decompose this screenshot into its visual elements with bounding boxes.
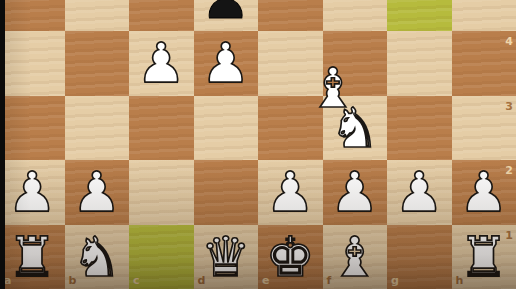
square-a2[interactable]: ♟: [0, 160, 65, 225]
square-b5[interactable]: [65, 0, 130, 31]
rank-label-1: 1: [505, 230, 513, 241]
square-c2[interactable]: [129, 160, 194, 225]
square-b1[interactable]: ♞b: [65, 225, 130, 289]
rank-label-3: 3: [505, 101, 513, 112]
square-h5[interactable]: [452, 0, 516, 31]
file-label-h: h: [456, 275, 464, 286]
piece-wP-a2[interactable]: ♟: [8, 160, 57, 225]
square-d2[interactable]: [194, 160, 259, 225]
square-e2[interactable]: ♟: [258, 160, 323, 225]
square-c4[interactable]: ♟: [129, 31, 194, 96]
square-a5[interactable]: [0, 0, 65, 31]
file-label-d: d: [198, 275, 206, 286]
square-d4[interactable]: ♟: [194, 31, 259, 96]
piece-wR-a1[interactable]: ♜: [8, 225, 57, 289]
square-h2[interactable]: ♟2: [452, 160, 516, 225]
piece-wB-moving-c1-to-g5[interactable]: ♝: [301, 56, 366, 121]
piece-wP-b2[interactable]: ♟: [72, 160, 121, 225]
square-d5[interactable]: ♟: [194, 0, 259, 31]
square-d1[interactable]: ♛d: [194, 225, 259, 289]
square-g4[interactable]: [387, 31, 452, 96]
square-f2[interactable]: ♟: [323, 160, 388, 225]
piece-wP-f2[interactable]: ♟: [330, 160, 379, 225]
square-f1[interactable]: ♝f: [323, 225, 388, 289]
square-c3[interactable]: [129, 96, 194, 161]
white-bishop-glyph: ♝: [308, 56, 357, 121]
square-e5[interactable]: [258, 0, 323, 31]
square-h3[interactable]: 3: [452, 96, 516, 161]
square-g3[interactable]: [387, 96, 452, 161]
square-g1[interactable]: g: [387, 225, 452, 289]
square-c1-highlighted[interactable]: c: [129, 225, 194, 289]
square-e1[interactable]: ♚e: [258, 225, 323, 289]
chess-board-viewport: ♟♟♟4♞3♟♟♟♟♟♟2♜a♞bc♛d♚e♝fg♜h1 ♝: [0, 0, 516, 289]
piece-wN-b1[interactable]: ♞: [72, 225, 121, 289]
square-h4[interactable]: 4: [452, 31, 516, 96]
square-b2[interactable]: ♟: [65, 160, 130, 225]
square-b3[interactable]: [65, 96, 130, 161]
left-edge-strip: [0, 0, 5, 289]
square-d3[interactable]: [194, 96, 259, 161]
rank-label-2: 2: [505, 165, 513, 176]
square-g5-highlighted[interactable]: [387, 0, 452, 31]
rank-label-4: 4: [505, 36, 513, 47]
file-label-b: b: [69, 275, 77, 286]
square-a1[interactable]: ♜a: [0, 225, 65, 289]
file-label-c: c: [133, 275, 140, 286]
square-a4[interactable]: [0, 31, 65, 96]
piece-wP-c4[interactable]: ♟: [137, 31, 186, 96]
chess-board[interactable]: ♟♟♟4♞3♟♟♟♟♟♟2♜a♞bc♛d♚e♝fg♜h1: [0, 0, 516, 289]
piece-bP-d5[interactable]: ♟: [201, 0, 250, 31]
square-g2[interactable]: ♟: [387, 160, 452, 225]
square-h1[interactable]: ♜h1: [452, 225, 516, 289]
piece-wR-h1[interactable]: ♜: [459, 225, 508, 289]
file-label-g: g: [391, 275, 399, 286]
square-f5[interactable]: [323, 0, 388, 31]
piece-wP-g2[interactable]: ♟: [395, 160, 444, 225]
piece-wB-f1[interactable]: ♝: [330, 225, 379, 289]
piece-wP-d4[interactable]: ♟: [201, 31, 250, 96]
square-a3[interactable]: [0, 96, 65, 161]
square-b4[interactable]: [65, 31, 130, 96]
file-label-f: f: [327, 275, 332, 286]
piece-wK-e1[interactable]: ♚: [266, 225, 315, 289]
file-label-e: e: [262, 275, 269, 286]
file-label-a: a: [4, 275, 11, 286]
piece-wQ-d1[interactable]: ♛: [201, 225, 250, 289]
square-c5[interactable]: [129, 0, 194, 31]
piece-wP-e2[interactable]: ♟: [266, 160, 315, 225]
piece-wP-h2[interactable]: ♟: [459, 160, 508, 225]
